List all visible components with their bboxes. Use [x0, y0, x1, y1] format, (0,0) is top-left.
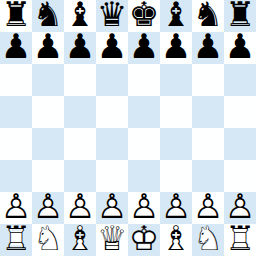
- square-h1[interactable]: ♜♖: [224, 224, 256, 256]
- square-d7[interactable]: ♟: [96, 32, 128, 64]
- white-rook-outline-glyph: ♖: [0, 222, 32, 254]
- white-knight-outline-glyph: ♘: [192, 222, 224, 254]
- square-h5[interactable]: [224, 96, 256, 128]
- square-h4[interactable]: [224, 128, 256, 160]
- piece-white-bishop[interactable]: ♝♗: [160, 224, 192, 256]
- piece-white-knight[interactable]: ♞♘: [192, 224, 224, 256]
- square-h7[interactable]: ♟: [224, 32, 256, 64]
- square-a1[interactable]: ♜♖: [0, 224, 32, 256]
- square-f5[interactable]: [160, 96, 192, 128]
- square-a5[interactable]: [0, 96, 32, 128]
- square-c6[interactable]: [64, 64, 96, 96]
- square-g5[interactable]: [192, 96, 224, 128]
- square-c7[interactable]: ♟: [64, 32, 96, 64]
- square-b7[interactable]: ♟: [32, 32, 64, 64]
- white-bishop-outline-glyph: ♗: [160, 222, 192, 254]
- square-f1[interactable]: ♝♗: [160, 224, 192, 256]
- piece-white-knight[interactable]: ♞♘: [32, 224, 64, 256]
- square-b5[interactable]: [32, 96, 64, 128]
- square-b6[interactable]: [32, 64, 64, 96]
- piece-black-pawn[interactable]: ♟: [128, 32, 160, 64]
- piece-black-pawn[interactable]: ♟: [224, 32, 256, 64]
- square-f7[interactable]: ♟: [160, 32, 192, 64]
- piece-white-bishop[interactable]: ♝♗: [64, 224, 96, 256]
- white-queen-outline-glyph: ♕: [96, 222, 128, 254]
- square-g4[interactable]: [192, 128, 224, 160]
- square-d4[interactable]: [96, 128, 128, 160]
- square-f6[interactable]: [160, 64, 192, 96]
- square-a4[interactable]: [0, 128, 32, 160]
- square-f4[interactable]: [160, 128, 192, 160]
- piece-white-queen[interactable]: ♛♕: [96, 224, 128, 256]
- black-pawn-glyph: ♟: [32, 30, 64, 62]
- black-pawn-glyph: ♟: [224, 30, 256, 62]
- black-pawn-glyph: ♟: [0, 30, 32, 62]
- white-king-outline-glyph: ♔: [128, 222, 160, 254]
- piece-black-pawn[interactable]: ♟: [64, 32, 96, 64]
- white-rook-outline-glyph: ♖: [224, 222, 256, 254]
- piece-black-pawn[interactable]: ♟: [192, 32, 224, 64]
- square-e4[interactable]: [128, 128, 160, 160]
- square-a6[interactable]: [0, 64, 32, 96]
- piece-white-rook[interactable]: ♜♖: [0, 224, 32, 256]
- black-pawn-glyph: ♟: [96, 30, 128, 62]
- black-pawn-glyph: ♟: [192, 30, 224, 62]
- black-pawn-glyph: ♟: [128, 30, 160, 62]
- piece-black-pawn[interactable]: ♟: [32, 32, 64, 64]
- square-g6[interactable]: [192, 64, 224, 96]
- square-g1[interactable]: ♞♘: [192, 224, 224, 256]
- square-d5[interactable]: [96, 96, 128, 128]
- square-a7[interactable]: ♟: [0, 32, 32, 64]
- square-b1[interactable]: ♞♘: [32, 224, 64, 256]
- piece-black-pawn[interactable]: ♟: [160, 32, 192, 64]
- piece-black-pawn[interactable]: ♟: [0, 32, 32, 64]
- piece-white-king[interactable]: ♚♔: [128, 224, 160, 256]
- square-d6[interactable]: [96, 64, 128, 96]
- square-e5[interactable]: [128, 96, 160, 128]
- square-h6[interactable]: [224, 64, 256, 96]
- square-c5[interactable]: [64, 96, 96, 128]
- square-g7[interactable]: ♟: [192, 32, 224, 64]
- square-c4[interactable]: [64, 128, 96, 160]
- square-e1[interactable]: ♚♔: [128, 224, 160, 256]
- square-c1[interactable]: ♝♗: [64, 224, 96, 256]
- square-e7[interactable]: ♟: [128, 32, 160, 64]
- piece-white-rook[interactable]: ♜♖: [224, 224, 256, 256]
- square-d1[interactable]: ♛♕: [96, 224, 128, 256]
- square-b4[interactable]: [32, 128, 64, 160]
- chess-board: ♜♞♝♛♚♝♞♜♟♟♟♟♟♟♟♟♟♙♟♙♟♙♟♙♟♙♟♙♟♙♟♙♜♖♞♘♝♗♛♕…: [0, 0, 256, 256]
- white-knight-outline-glyph: ♘: [32, 222, 64, 254]
- white-bishop-outline-glyph: ♗: [64, 222, 96, 254]
- black-pawn-glyph: ♟: [64, 30, 96, 62]
- piece-black-pawn[interactable]: ♟: [96, 32, 128, 64]
- square-e6[interactable]: [128, 64, 160, 96]
- black-pawn-glyph: ♟: [160, 30, 192, 62]
